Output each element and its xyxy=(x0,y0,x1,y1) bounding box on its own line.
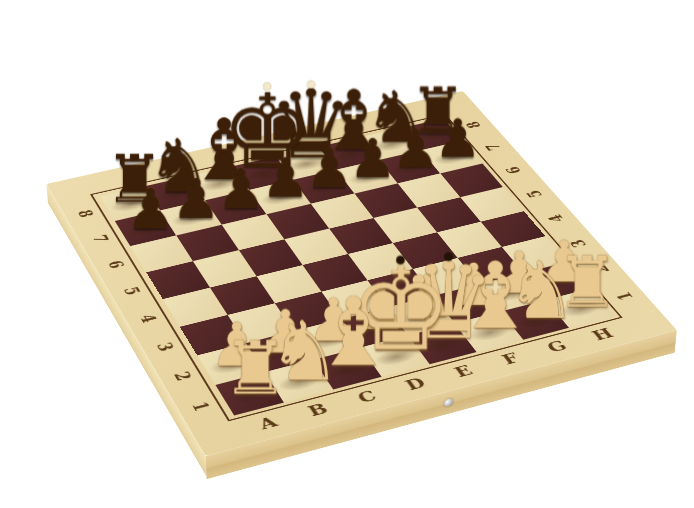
piece-black-pawn-c7: ♟ xyxy=(216,162,265,217)
chess-board: ♜♞♝♚♛♝♞♜♟♟♟♟♟♟♟♟♟♟♟♟♟♟♟♟♜♞♝♚♛♝♞♜ ABCDEFG… xyxy=(46,91,677,456)
rank-label-left-8: 8 xyxy=(58,201,113,227)
piece-black-pawn-f7: ♟ xyxy=(348,132,396,186)
piece-black-pawn-b7: ♟ xyxy=(171,172,220,227)
piece-black-pawn-a7: ♟ xyxy=(125,182,175,237)
finial-light-tip xyxy=(263,83,271,91)
square-e6 xyxy=(311,194,374,229)
piece-black-pawn-d7: ♟ xyxy=(261,152,310,206)
finial-dark-tip xyxy=(396,256,405,265)
piece-black-pawn-e7: ♟ xyxy=(305,142,353,196)
chess-set-photo: ♜♞♝♚♛♝♞♜♟♟♟♟♟♟♟♟♟♟♟♟♟♟♟♟♜♞♝♚♛♝♞♜ ABCDEFG… xyxy=(0,0,694,508)
screw-icon xyxy=(444,398,453,408)
rank-label-left-7: 7 xyxy=(72,226,128,252)
board-surface: ♜♞♝♚♛♝♞♜♟♟♟♟♟♟♟♟♟♟♟♟♟♟♟♟♜♞♝♚♛♝♞♜ ABCDEFG… xyxy=(46,91,677,456)
piece-white-rook-a1: ♜ xyxy=(222,331,288,405)
piece-black-pawn-g7: ♟ xyxy=(391,122,439,175)
